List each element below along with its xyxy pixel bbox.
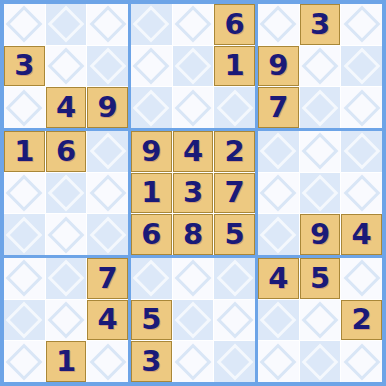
given-digit: 9 xyxy=(268,51,288,80)
given-digit: 3 xyxy=(141,347,161,376)
diamond-decoration-icon xyxy=(6,302,43,339)
diamond-decoration-icon xyxy=(133,6,170,43)
diamond-decoration-icon xyxy=(260,216,297,253)
diamond-decoration-icon xyxy=(175,302,212,339)
box-2: 61 xyxy=(131,4,255,128)
cell-r7c6[interactable] xyxy=(214,258,255,299)
cell-r4c5: 4 xyxy=(173,131,214,172)
cell-r9c4: 3 xyxy=(131,341,172,382)
cell-r8c5[interactable] xyxy=(173,300,214,341)
diamond-decoration-icon xyxy=(48,260,85,297)
cell-r3c8[interactable] xyxy=(300,87,341,128)
box-1: 349 xyxy=(4,4,128,128)
diamond-decoration-icon xyxy=(175,48,212,85)
cell-r9c6[interactable] xyxy=(214,341,255,382)
box-8: 53 xyxy=(131,258,255,382)
cell-r5c5: 3 xyxy=(173,173,214,214)
diamond-decoration-icon xyxy=(48,216,85,253)
cell-r5c3[interactable] xyxy=(87,173,128,214)
cell-r3c7: 7 xyxy=(258,87,299,128)
given-digit: 9 xyxy=(98,93,118,122)
diamond-decoration-icon xyxy=(48,48,85,85)
box-6: 94 xyxy=(258,131,382,255)
given-digit: 5 xyxy=(225,220,245,249)
cell-r8c9: 2 xyxy=(341,300,382,341)
cell-r8c1[interactable] xyxy=(4,300,45,341)
cell-r7c1[interactable] xyxy=(4,258,45,299)
given-digit: 2 xyxy=(352,305,372,334)
diamond-decoration-icon xyxy=(48,175,85,212)
diamond-decoration-icon xyxy=(343,6,380,43)
diamond-decoration-icon xyxy=(216,260,253,297)
cell-r8c4: 5 xyxy=(131,300,172,341)
cell-r9c2: 1 xyxy=(46,341,87,382)
box-5: 942137685 xyxy=(131,131,255,255)
diamond-decoration-icon xyxy=(302,48,339,85)
cell-r6c1[interactable] xyxy=(4,214,45,255)
given-digit: 6 xyxy=(225,10,245,39)
given-digit: 6 xyxy=(141,220,161,249)
diamond-decoration-icon xyxy=(343,175,380,212)
given-digit: 3 xyxy=(310,10,330,39)
cell-r3c2: 4 xyxy=(46,87,87,128)
given-digit: 4 xyxy=(352,220,372,249)
given-digit: 4 xyxy=(183,137,203,166)
diamond-decoration-icon xyxy=(302,343,339,380)
cell-r1c6: 6 xyxy=(214,4,255,45)
diamond-decoration-icon xyxy=(89,216,126,253)
cell-r6c4: 6 xyxy=(131,214,172,255)
cell-r1c1[interactable] xyxy=(4,4,45,45)
cell-r1c4[interactable] xyxy=(131,4,172,45)
given-digit: 8 xyxy=(183,220,203,249)
given-digit: 5 xyxy=(141,305,161,334)
cell-r5c2[interactable] xyxy=(46,173,87,214)
cell-r7c7: 4 xyxy=(258,258,299,299)
diamond-decoration-icon xyxy=(343,260,380,297)
cell-r4c7[interactable] xyxy=(258,131,299,172)
cell-r7c3: 7 xyxy=(87,258,128,299)
cell-r8c6[interactable] xyxy=(214,300,255,341)
cell-r6c5: 8 xyxy=(173,214,214,255)
cell-r7c4[interactable] xyxy=(131,258,172,299)
diamond-decoration-icon xyxy=(343,48,380,85)
given-digit: 3 xyxy=(14,51,34,80)
cell-r2c1: 3 xyxy=(4,46,45,87)
box-9: 452 xyxy=(258,258,382,382)
cell-r9c8[interactable] xyxy=(300,341,341,382)
given-digit: 7 xyxy=(225,178,245,207)
cell-r1c7[interactable] xyxy=(258,4,299,45)
cell-r2c7: 9 xyxy=(258,46,299,87)
cell-r5c8[interactable] xyxy=(300,173,341,214)
given-digit: 6 xyxy=(56,137,76,166)
given-digit: 1 xyxy=(14,137,34,166)
cell-r1c9[interactable] xyxy=(341,4,382,45)
cell-r3c1[interactable] xyxy=(4,87,45,128)
diamond-decoration-icon xyxy=(302,175,339,212)
cell-r2c8[interactable] xyxy=(300,46,341,87)
cell-r2c5[interactable] xyxy=(173,46,214,87)
cell-r2c9[interactable] xyxy=(341,46,382,87)
diamond-decoration-icon xyxy=(260,133,297,170)
cell-r2c4[interactable] xyxy=(131,46,172,87)
diamond-decoration-icon xyxy=(175,343,212,380)
diamond-decoration-icon xyxy=(48,302,85,339)
given-digit: 1 xyxy=(141,178,161,207)
cell-r6c3[interactable] xyxy=(87,214,128,255)
cell-r5c7[interactable] xyxy=(258,173,299,214)
diamond-decoration-icon xyxy=(302,133,339,170)
diamond-decoration-icon xyxy=(343,343,380,380)
diamond-decoration-icon xyxy=(216,302,253,339)
cell-r2c3[interactable] xyxy=(87,46,128,87)
cell-r6c8: 9 xyxy=(300,214,341,255)
cell-r6c9: 4 xyxy=(341,214,382,255)
cell-r9c7[interactable] xyxy=(258,341,299,382)
cell-r1c2[interactable] xyxy=(46,4,87,45)
cell-r9c1[interactable] xyxy=(4,341,45,382)
cell-r4c2: 6 xyxy=(46,131,87,172)
cell-r8c8[interactable] xyxy=(300,300,341,341)
diamond-decoration-icon xyxy=(6,343,43,380)
diamond-decoration-icon xyxy=(260,343,297,380)
diamond-decoration-icon xyxy=(89,48,126,85)
given-digit: 3 xyxy=(183,178,203,207)
given-digit: 4 xyxy=(268,264,288,293)
diamond-decoration-icon xyxy=(133,48,170,85)
cell-r1c8: 3 xyxy=(300,4,341,45)
cell-r7c5[interactable] xyxy=(173,258,214,299)
cell-r6c2[interactable] xyxy=(46,214,87,255)
cell-r4c9[interactable] xyxy=(341,131,382,172)
diamond-decoration-icon xyxy=(89,175,126,212)
cell-r8c3: 4 xyxy=(87,300,128,341)
diamond-decoration-icon xyxy=(89,343,126,380)
box-4: 16 xyxy=(4,131,128,255)
diamond-decoration-icon xyxy=(343,89,380,126)
cell-r6c7[interactable] xyxy=(258,214,299,255)
cell-r4c4: 9 xyxy=(131,131,172,172)
given-digit: 2 xyxy=(225,137,245,166)
diamond-decoration-icon xyxy=(260,302,297,339)
given-digit: 1 xyxy=(225,51,245,80)
cell-r3c6[interactable] xyxy=(214,87,255,128)
box-7: 741 xyxy=(4,258,128,382)
cell-r8c2[interactable] xyxy=(46,300,87,341)
cell-r4c1: 1 xyxy=(4,131,45,172)
diamond-decoration-icon xyxy=(6,260,43,297)
cell-r9c3[interactable] xyxy=(87,341,128,382)
diamond-decoration-icon xyxy=(89,133,126,170)
cell-r3c5[interactable] xyxy=(173,87,214,128)
diamond-decoration-icon xyxy=(216,89,253,126)
given-digit: 9 xyxy=(310,220,330,249)
diamond-decoration-icon xyxy=(343,133,380,170)
given-digit: 4 xyxy=(56,93,76,122)
given-digit: 9 xyxy=(141,137,161,166)
diamond-decoration-icon xyxy=(6,216,43,253)
cell-r5c1[interactable] xyxy=(4,173,45,214)
diamond-decoration-icon xyxy=(133,260,170,297)
diamond-decoration-icon xyxy=(216,343,253,380)
cell-r5c4: 1 xyxy=(131,173,172,214)
given-digit: 4 xyxy=(98,305,118,334)
diamond-decoration-icon xyxy=(89,6,126,43)
cell-r4c6: 2 xyxy=(214,131,255,172)
cell-r7c8: 5 xyxy=(300,258,341,299)
cell-r1c3[interactable] xyxy=(87,4,128,45)
given-digit: 1 xyxy=(56,347,76,376)
diamond-decoration-icon xyxy=(260,6,297,43)
diamond-decoration-icon xyxy=(133,89,170,126)
diamond-decoration-icon xyxy=(302,302,339,339)
cell-r8c7[interactable] xyxy=(258,300,299,341)
given-digit: 7 xyxy=(268,93,288,122)
cell-r4c8[interactable] xyxy=(300,131,341,172)
diamond-decoration-icon xyxy=(6,89,43,126)
diamond-decoration-icon xyxy=(6,175,43,212)
diamond-decoration-icon xyxy=(48,6,85,43)
cell-r3c4[interactable] xyxy=(131,87,172,128)
diamond-decoration-icon xyxy=(6,6,43,43)
sudoku-board: 34961397169421376859474153452 xyxy=(0,0,386,386)
diamond-decoration-icon xyxy=(260,175,297,212)
cell-r9c5[interactable] xyxy=(173,341,214,382)
cell-r7c2[interactable] xyxy=(46,258,87,299)
cell-r3c9[interactable] xyxy=(341,87,382,128)
cell-r3c3: 9 xyxy=(87,87,128,128)
cell-r2c2[interactable] xyxy=(46,46,87,87)
cell-r4c3[interactable] xyxy=(87,131,128,172)
diamond-decoration-icon xyxy=(175,6,212,43)
given-digit: 5 xyxy=(310,264,330,293)
diamond-decoration-icon xyxy=(302,89,339,126)
cell-r5c6: 7 xyxy=(214,173,255,214)
cell-r2c6: 1 xyxy=(214,46,255,87)
diamond-decoration-icon xyxy=(175,89,212,126)
cell-r5c9[interactable] xyxy=(341,173,382,214)
diamond-decoration-icon xyxy=(175,260,212,297)
box-3: 397 xyxy=(258,4,382,128)
cell-r9c9[interactable] xyxy=(341,341,382,382)
cell-r6c6: 5 xyxy=(214,214,255,255)
given-digit: 7 xyxy=(98,264,118,293)
cell-r1c5[interactable] xyxy=(173,4,214,45)
cell-r7c9[interactable] xyxy=(341,258,382,299)
